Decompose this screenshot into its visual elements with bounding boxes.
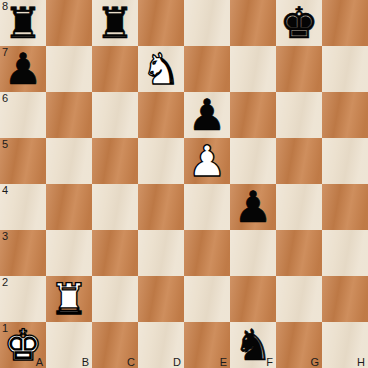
square-b3[interactable] xyxy=(46,230,92,276)
piece-black-pawn-f4[interactable]: ♟ xyxy=(230,184,276,230)
rank-label-2: 2 xyxy=(2,276,8,289)
square-f5[interactable] xyxy=(230,138,276,184)
square-e4[interactable] xyxy=(184,184,230,230)
square-c8[interactable]: ♜ xyxy=(92,0,138,46)
square-f1[interactable]: F♞ xyxy=(230,322,276,368)
square-e5[interactable]: ♟ xyxy=(184,138,230,184)
square-a8[interactable]: 8♜ xyxy=(0,0,46,46)
square-h4[interactable] xyxy=(322,184,368,230)
chess-board: 8♜♜♚7♟♞6♟5♟4♟32♜1A♚BCDEF♞GH xyxy=(0,0,368,368)
square-h7[interactable] xyxy=(322,46,368,92)
square-c6[interactable] xyxy=(92,92,138,138)
piece-black-rook-a8[interactable]: ♜ xyxy=(0,0,46,46)
square-b6[interactable] xyxy=(46,92,92,138)
square-e1[interactable]: E xyxy=(184,322,230,368)
square-g4[interactable] xyxy=(276,184,322,230)
rank-label-4: 4 xyxy=(2,184,8,197)
square-h8[interactable] xyxy=(322,0,368,46)
piece-white-pawn-e5[interactable]: ♟ xyxy=(184,138,230,184)
piece-white-rook-b2[interactable]: ♜ xyxy=(46,276,92,322)
piece-black-pawn-e6[interactable]: ♟ xyxy=(184,92,230,138)
square-b1[interactable]: B xyxy=(46,322,92,368)
square-c2[interactable] xyxy=(92,276,138,322)
square-d8[interactable] xyxy=(138,0,184,46)
square-h1[interactable]: H xyxy=(322,322,368,368)
square-c7[interactable] xyxy=(92,46,138,92)
file-label-b: B xyxy=(82,356,89,368)
square-g8[interactable]: ♚ xyxy=(276,0,322,46)
square-e2[interactable] xyxy=(184,276,230,322)
square-f3[interactable] xyxy=(230,230,276,276)
piece-black-pawn-a7[interactable]: ♟ xyxy=(0,46,46,92)
file-label-d: D xyxy=(173,356,181,368)
square-b8[interactable] xyxy=(46,0,92,46)
piece-black-king-g8[interactable]: ♚ xyxy=(276,0,322,46)
square-c4[interactable] xyxy=(92,184,138,230)
square-d1[interactable]: D xyxy=(138,322,184,368)
square-e7[interactable] xyxy=(184,46,230,92)
square-e8[interactable] xyxy=(184,0,230,46)
file-label-c: C xyxy=(127,356,135,368)
square-g3[interactable] xyxy=(276,230,322,276)
square-g6[interactable] xyxy=(276,92,322,138)
square-f8[interactable] xyxy=(230,0,276,46)
square-d7[interactable]: ♞ xyxy=(138,46,184,92)
square-d6[interactable] xyxy=(138,92,184,138)
square-e6[interactable]: ♟ xyxy=(184,92,230,138)
square-g5[interactable] xyxy=(276,138,322,184)
square-d5[interactable] xyxy=(138,138,184,184)
rank-label-3: 3 xyxy=(2,230,8,243)
square-d3[interactable] xyxy=(138,230,184,276)
square-g7[interactable] xyxy=(276,46,322,92)
square-a4[interactable]: 4 xyxy=(0,184,46,230)
square-a7[interactable]: 7♟ xyxy=(0,46,46,92)
square-h6[interactable] xyxy=(322,92,368,138)
square-b5[interactable] xyxy=(46,138,92,184)
square-h3[interactable] xyxy=(322,230,368,276)
square-g2[interactable] xyxy=(276,276,322,322)
square-b7[interactable] xyxy=(46,46,92,92)
square-h5[interactable] xyxy=(322,138,368,184)
square-h2[interactable] xyxy=(322,276,368,322)
piece-white-knight-d7[interactable]: ♞ xyxy=(138,46,184,92)
square-a1[interactable]: 1A♚ xyxy=(0,322,46,368)
square-d4[interactable] xyxy=(138,184,184,230)
file-label-e: E xyxy=(220,356,227,368)
square-c1[interactable]: C xyxy=(92,322,138,368)
file-label-h: H xyxy=(357,356,365,368)
square-a5[interactable]: 5 xyxy=(0,138,46,184)
piece-black-knight-f1[interactable]: ♞ xyxy=(230,322,276,368)
square-c3[interactable] xyxy=(92,230,138,276)
square-c5[interactable] xyxy=(92,138,138,184)
square-d2[interactable] xyxy=(138,276,184,322)
square-e3[interactable] xyxy=(184,230,230,276)
square-a3[interactable]: 3 xyxy=(0,230,46,276)
square-b4[interactable] xyxy=(46,184,92,230)
square-g1[interactable]: G xyxy=(276,322,322,368)
square-a2[interactable]: 2 xyxy=(0,276,46,322)
square-f7[interactable] xyxy=(230,46,276,92)
piece-white-king-a1[interactable]: ♚ xyxy=(0,322,46,368)
square-f4[interactable]: ♟ xyxy=(230,184,276,230)
square-b2[interactable]: ♜ xyxy=(46,276,92,322)
file-label-g: G xyxy=(310,356,319,368)
square-f6[interactable] xyxy=(230,92,276,138)
square-a6[interactable]: 6 xyxy=(0,92,46,138)
piece-black-rook-c8[interactable]: ♜ xyxy=(92,0,138,46)
rank-label-5: 5 xyxy=(2,138,8,151)
square-f2[interactable] xyxy=(230,276,276,322)
